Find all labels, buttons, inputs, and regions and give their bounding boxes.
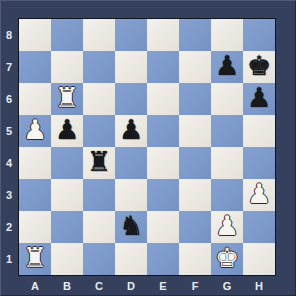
file-label-e: E [147,276,179,296]
square-c2[interactable] [83,211,115,243]
black-pawn-icon[interactable]: ♟ [55,114,79,146]
white-rook-icon[interactable]: ♜ [23,242,47,274]
square-e3[interactable] [147,179,179,211]
file-label-h: H [243,276,275,296]
file-labels: ABCDEFGH [19,276,275,296]
square-a2[interactable] [19,211,51,243]
square-c3[interactable] [83,179,115,211]
file-label-g: G [211,276,243,296]
board[interactable]: ♟♚♜♟♟♟♟♜♟♞♟♜♚ [18,18,276,276]
square-a7[interactable] [19,51,51,83]
rank-labels: 87654321 [0,19,18,275]
square-h1[interactable] [243,243,275,275]
square-d3[interactable] [115,179,147,211]
chessboard-frame: 87654321 ♟♚♜♟♟♟♟♜♟♞♟♜♚ ABCDEFGH [0,0,296,296]
square-d4[interactable] [115,147,147,179]
black-pawn-icon[interactable]: ♟ [247,82,271,114]
square-f3[interactable] [179,179,211,211]
square-g7[interactable]: ♟ [211,51,243,83]
square-e2[interactable] [147,211,179,243]
square-e5[interactable] [147,115,179,147]
square-b2[interactable] [51,211,83,243]
square-c1[interactable] [83,243,115,275]
square-e8[interactable] [147,19,179,51]
square-f1[interactable] [179,243,211,275]
square-b7[interactable] [51,51,83,83]
square-f4[interactable] [179,147,211,179]
square-f5[interactable] [179,115,211,147]
square-a8[interactable] [19,19,51,51]
black-pawn-icon[interactable]: ♟ [119,114,143,146]
square-c4[interactable]: ♜ [83,147,115,179]
square-g6[interactable] [211,83,243,115]
square-h3[interactable]: ♟ [243,179,275,211]
square-g1[interactable]: ♚ [211,243,243,275]
square-g3[interactable] [211,179,243,211]
white-king-icon[interactable]: ♚ [215,242,239,274]
square-e1[interactable] [147,243,179,275]
rank-label-6: 6 [0,83,18,115]
square-a5[interactable]: ♟ [19,115,51,147]
square-d2[interactable]: ♞ [115,211,147,243]
square-a6[interactable] [19,83,51,115]
black-rook-icon[interactable]: ♜ [87,146,111,178]
square-h4[interactable] [243,147,275,179]
square-h8[interactable] [243,19,275,51]
square-a3[interactable] [19,179,51,211]
square-c8[interactable] [83,19,115,51]
square-d7[interactable] [115,51,147,83]
rank-label-3: 3 [0,179,18,211]
square-h6[interactable]: ♟ [243,83,275,115]
square-d8[interactable] [115,19,147,51]
rank-label-7: 7 [0,51,18,83]
file-label-d: D [115,276,147,296]
square-e7[interactable] [147,51,179,83]
black-pawn-icon[interactable]: ♟ [215,50,239,82]
black-knight-icon[interactable]: ♞ [119,210,143,242]
square-b3[interactable] [51,179,83,211]
square-d6[interactable] [115,83,147,115]
square-g4[interactable] [211,147,243,179]
square-b5[interactable]: ♟ [51,115,83,147]
square-a1[interactable]: ♜ [19,243,51,275]
square-b6[interactable]: ♜ [51,83,83,115]
white-pawn-icon[interactable]: ♟ [215,210,239,242]
rank-label-2: 2 [0,211,18,243]
square-g5[interactable] [211,115,243,147]
black-king-icon[interactable]: ♚ [247,50,271,82]
square-d5[interactable]: ♟ [115,115,147,147]
white-pawn-icon[interactable]: ♟ [23,114,47,146]
file-label-c: C [83,276,115,296]
white-pawn-icon[interactable]: ♟ [247,178,271,210]
file-label-a: A [19,276,51,296]
square-g2[interactable]: ♟ [211,211,243,243]
square-b4[interactable] [51,147,83,179]
file-label-b: B [51,276,83,296]
square-g8[interactable] [211,19,243,51]
square-f6[interactable] [179,83,211,115]
square-f7[interactable] [179,51,211,83]
square-h7[interactable]: ♚ [243,51,275,83]
square-c6[interactable] [83,83,115,115]
square-d1[interactable] [115,243,147,275]
rank-label-8: 8 [0,19,18,51]
rank-label-4: 4 [0,147,18,179]
square-e4[interactable] [147,147,179,179]
rank-label-5: 5 [0,115,18,147]
square-c5[interactable] [83,115,115,147]
square-h2[interactable] [243,211,275,243]
square-f8[interactable] [179,19,211,51]
square-c7[interactable] [83,51,115,83]
file-label-f: F [179,276,211,296]
square-e6[interactable] [147,83,179,115]
square-b1[interactable] [51,243,83,275]
rank-label-1: 1 [0,243,18,275]
square-h5[interactable] [243,115,275,147]
square-a4[interactable] [19,147,51,179]
square-b8[interactable] [51,19,83,51]
square-f2[interactable] [179,211,211,243]
white-rook-icon[interactable]: ♜ [55,82,79,114]
